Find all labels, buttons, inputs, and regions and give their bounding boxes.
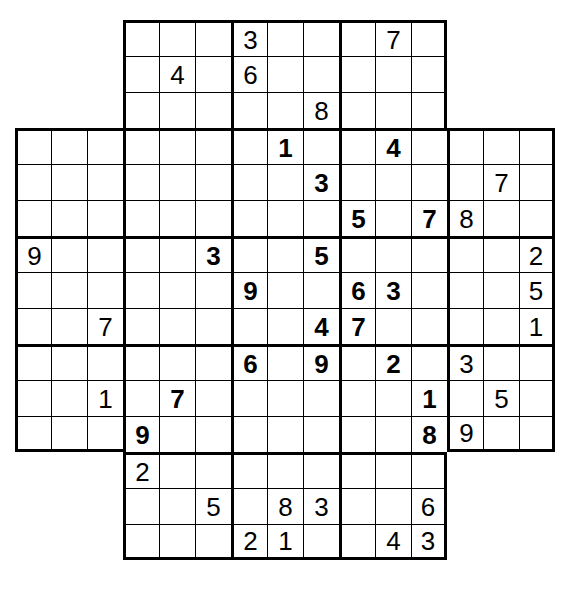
given-digit: 4 (386, 135, 400, 161)
cell-r11c9[interactable] (303, 380, 339, 416)
cell-r8c5[interactable] (159, 272, 195, 308)
cell-r12c11[interactable] (375, 416, 411, 452)
given-digit: 2 (386, 351, 400, 377)
cell-r10c3[interactable] (87, 344, 123, 380)
given-digit: 1 (278, 135, 292, 161)
given-digit: 3 (459, 351, 473, 377)
given-digit: 5 (206, 494, 220, 520)
given-digit: 5 (314, 243, 328, 269)
cell-r3c5[interactable] (159, 92, 195, 128)
cell-r1c6[interactable] (195, 20, 231, 56)
cell-r7c3[interactable] (87, 236, 123, 272)
cell-r8c12[interactable] (411, 272, 447, 308)
cell-r8c11: 3 (375, 272, 411, 308)
cell-r10c12[interactable] (411, 344, 447, 380)
given-digit: 7 (98, 314, 112, 340)
given-digit: 5 (529, 278, 543, 304)
cell-r9c13[interactable] (447, 308, 483, 344)
cell-r7c8[interactable] (267, 236, 303, 272)
cell-r5c10[interactable] (339, 164, 375, 200)
cell-r15c8: 1 (267, 524, 303, 560)
cell-r2c6[interactable] (195, 56, 231, 92)
cell-r6c6[interactable] (195, 200, 231, 236)
cell-r6c12: 7 (411, 200, 447, 236)
cell-r6c1[interactable] (15, 200, 51, 236)
cell-r5c8[interactable] (267, 164, 303, 200)
cell-r2c5: 4 (159, 56, 195, 92)
cell-r7c14[interactable] (483, 236, 519, 272)
cell-r15c7: 2 (231, 524, 267, 560)
given-digit: 1 (529, 314, 543, 340)
cell-r8c8[interactable] (267, 272, 303, 308)
cell-r14c5[interactable] (159, 488, 195, 524)
cell-r11c11[interactable] (375, 380, 411, 416)
given-digit: 1 (278, 528, 292, 554)
given-digit: 3 (386, 278, 400, 304)
cell-r12c4: 9 (123, 416, 159, 452)
cell-r15c5[interactable] (159, 524, 195, 560)
cell-r9c3: 7 (87, 308, 123, 344)
cell-r4c3[interactable] (87, 128, 123, 164)
cell-r12c14[interactable] (483, 416, 519, 452)
given-digit: 3 (314, 170, 328, 196)
cell-r1c5[interactable] (159, 20, 195, 56)
cell-r3c12[interactable] (411, 92, 447, 128)
cell-r11c14: 5 (483, 380, 519, 416)
given-digit: 8 (459, 206, 473, 232)
cell-r4c14[interactable] (483, 128, 519, 164)
given-digit: 8 (314, 98, 328, 124)
cell-r12c13: 9 (447, 416, 483, 452)
cell-r6c5[interactable] (159, 200, 195, 236)
cell-r10c8[interactable] (267, 344, 303, 380)
cell-r14c11[interactable] (375, 488, 411, 524)
cell-r12c10[interactable] (339, 416, 375, 452)
cell-r11c4[interactable] (123, 380, 159, 416)
cell-r8c13[interactable] (447, 272, 483, 308)
cell-r10c7: 6 (231, 344, 267, 380)
given-digit: 6 (243, 62, 257, 88)
given-digit: 3 (314, 494, 328, 520)
cell-r11c12: 1 (411, 380, 447, 416)
cell-r5c15[interactable] (519, 164, 555, 200)
cell-r9c5[interactable] (159, 308, 195, 344)
cell-r15c6[interactable] (195, 524, 231, 560)
cell-r5c9: 3 (303, 164, 339, 200)
cell-r7c12[interactable] (411, 236, 447, 272)
cell-r14c4[interactable] (123, 488, 159, 524)
cell-r8c4[interactable] (123, 272, 159, 308)
cell-r12c15[interactable] (519, 416, 555, 452)
cell-r7c15: 2 (519, 236, 555, 272)
cell-r9c2[interactable] (51, 308, 87, 344)
cell-r14c6: 5 (195, 488, 231, 524)
cell-r4c5[interactable] (159, 128, 195, 164)
cell-r4c13[interactable] (447, 128, 483, 164)
cell-r9c14[interactable] (483, 308, 519, 344)
cell-r4c11: 4 (375, 128, 411, 164)
cell-r5c2[interactable] (51, 164, 87, 200)
cell-r11c2[interactable] (51, 380, 87, 416)
cell-r5c5[interactable] (159, 164, 195, 200)
given-digit: 8 (278, 494, 292, 520)
cell-r13c7[interactable] (231, 452, 267, 488)
cell-r9c12[interactable] (411, 308, 447, 344)
cell-r12c2[interactable] (51, 416, 87, 452)
given-digit: 6 (421, 494, 435, 520)
given-digit: 7 (422, 206, 436, 232)
cell-r7c2[interactable] (51, 236, 87, 272)
cell-r8c2[interactable] (51, 272, 87, 308)
given-digit: 9 (243, 278, 257, 304)
cell-r11c3: 1 (87, 380, 123, 416)
given-digit: 6 (243, 351, 257, 377)
cell-r12c7[interactable] (231, 416, 267, 452)
cell-r10c13: 3 (447, 344, 483, 380)
cell-r13c6[interactable] (195, 452, 231, 488)
given-digit: 4 (314, 314, 328, 340)
cell-r14c9: 3 (303, 488, 339, 524)
cell-r10c9: 9 (303, 344, 339, 380)
cell-r9c4[interactable] (123, 308, 159, 344)
cell-r7c13[interactable] (447, 236, 483, 272)
puzzle-page: 3746814375789352963574716923171598925836… (0, 0, 574, 598)
cell-r7c4[interactable] (123, 236, 159, 272)
cell-r12c3[interactable] (87, 416, 123, 452)
cell-r12c9[interactable] (303, 416, 339, 452)
cell-r5c1[interactable] (15, 164, 51, 200)
cell-r10c5[interactable] (159, 344, 195, 380)
cell-r4c10[interactable] (339, 128, 375, 164)
given-digit: 3 (206, 243, 220, 269)
cell-r2c9[interactable] (303, 56, 339, 92)
cell-r6c3[interactable] (87, 200, 123, 236)
cell-r3c10[interactable] (339, 92, 375, 128)
cell-r6c8[interactable] (267, 200, 303, 236)
given-digit: 8 (422, 422, 436, 448)
cell-r4c8: 1 (267, 128, 303, 164)
cell-r15c9[interactable] (303, 524, 339, 560)
cell-r7c7[interactable] (231, 236, 267, 272)
given-digit: 6 (351, 278, 365, 304)
cell-r11c8[interactable] (267, 380, 303, 416)
cell-r7c1: 9 (15, 236, 51, 272)
cell-r12c12: 8 (411, 416, 447, 452)
cell-r11c1[interactable] (15, 380, 51, 416)
cell-r13c10[interactable] (339, 452, 375, 488)
cell-r6c14[interactable] (483, 200, 519, 236)
cell-r10c1[interactable] (15, 344, 51, 380)
cell-r2c8[interactable] (267, 56, 303, 92)
cell-r2c12[interactable] (411, 56, 447, 92)
cell-r6c15[interactable] (519, 200, 555, 236)
cell-r6c10: 5 (339, 200, 375, 236)
cell-r9c10: 7 (339, 308, 375, 344)
cell-r5c13[interactable] (447, 164, 483, 200)
cell-r12c8[interactable] (267, 416, 303, 452)
cell-r8c15: 5 (519, 272, 555, 308)
cell-r3c9: 8 (303, 92, 339, 128)
cell-r9c9: 4 (303, 308, 339, 344)
cell-r13c4: 2 (123, 452, 159, 488)
given-digit: 2 (529, 243, 543, 269)
cell-r1c10[interactable] (339, 20, 375, 56)
cell-r15c12: 3 (411, 524, 447, 560)
cell-r7c11[interactable] (375, 236, 411, 272)
cell-r11c13[interactable] (447, 380, 483, 416)
cell-r1c8[interactable] (267, 20, 303, 56)
cell-r3c6[interactable] (195, 92, 231, 128)
given-digit: 9 (135, 422, 149, 448)
given-digit: 7 (170, 386, 184, 412)
cell-r2c10[interactable] (339, 56, 375, 92)
cell-r9c15: 1 (519, 308, 555, 344)
cell-r8c7: 9 (231, 272, 267, 308)
cell-r11c10[interactable] (339, 380, 375, 416)
cell-r9c7[interactable] (231, 308, 267, 344)
cell-r1c11: 7 (375, 20, 411, 56)
cell-r11c7[interactable] (231, 380, 267, 416)
given-digit: 7 (386, 27, 400, 53)
cell-r12c5[interactable] (159, 416, 195, 452)
given-digit: 7 (494, 170, 508, 196)
cell-r9c8[interactable] (267, 308, 303, 344)
cell-r4c4[interactable] (123, 128, 159, 164)
cell-r5c4[interactable] (123, 164, 159, 200)
cell-r4c12[interactable] (411, 128, 447, 164)
given-digit: 9 (459, 420, 473, 446)
cell-r8c14[interactable] (483, 272, 519, 308)
cell-r6c4[interactable] (123, 200, 159, 236)
given-digit: 3 (421, 528, 435, 554)
cell-r4c6[interactable] (195, 128, 231, 164)
cell-r11c5: 7 (159, 380, 195, 416)
cell-r13c8[interactable] (267, 452, 303, 488)
given-digit: 4 (386, 528, 400, 554)
cell-r1c4[interactable] (123, 20, 159, 56)
cell-r15c4[interactable] (123, 524, 159, 560)
cell-r7c9: 5 (303, 236, 339, 272)
cell-r8c9[interactable] (303, 272, 339, 308)
given-digit: 3 (243, 27, 257, 53)
cell-r6c7[interactable] (231, 200, 267, 236)
cell-r14c8: 8 (267, 488, 303, 524)
cell-r13c12[interactable] (411, 452, 447, 488)
cell-r5c6[interactable] (195, 164, 231, 200)
cell-r1c12[interactable] (411, 20, 447, 56)
cell-r15c10[interactable] (339, 524, 375, 560)
cell-r14c12: 6 (411, 488, 447, 524)
cell-r3c4[interactable] (123, 92, 159, 128)
cell-r6c11[interactable] (375, 200, 411, 236)
cell-r13c11[interactable] (375, 452, 411, 488)
cell-r3c8[interactable] (267, 92, 303, 128)
given-digit: 4 (170, 62, 184, 88)
cell-r13c5[interactable] (159, 452, 195, 488)
cell-r5c7[interactable] (231, 164, 267, 200)
cell-r10c14[interactable] (483, 344, 519, 380)
cell-r8c3[interactable] (87, 272, 123, 308)
cell-r3c7[interactable] (231, 92, 267, 128)
given-digit: 2 (243, 528, 257, 554)
cell-r8c1[interactable] (15, 272, 51, 308)
cell-r6c9[interactable] (303, 200, 339, 236)
cell-r7c10[interactable] (339, 236, 375, 272)
cell-r10c6[interactable] (195, 344, 231, 380)
cell-r10c2[interactable] (51, 344, 87, 380)
cell-r2c11[interactable] (375, 56, 411, 92)
cell-r8c10: 6 (339, 272, 375, 308)
cell-r5c3[interactable] (87, 164, 123, 200)
cell-r15c11: 4 (375, 524, 411, 560)
cell-r4c7[interactable] (231, 128, 267, 164)
cell-r12c6[interactable] (195, 416, 231, 452)
cell-r4c2[interactable] (51, 128, 87, 164)
cell-r1c7: 3 (231, 20, 267, 56)
cell-r5c11[interactable] (375, 164, 411, 200)
given-digit: 2 (135, 459, 149, 485)
cell-r2c4[interactable] (123, 56, 159, 92)
given-digit: 5 (494, 386, 508, 412)
given-digit: 9 (314, 351, 328, 377)
cell-r8c6[interactable] (195, 272, 231, 308)
cell-r14c10[interactable] (339, 488, 375, 524)
given-digit: 7 (351, 314, 365, 340)
cell-r7c6: 3 (195, 236, 231, 272)
cell-r11c6[interactable] (195, 380, 231, 416)
cell-r11c15[interactable] (519, 380, 555, 416)
cell-r1c9[interactable] (303, 20, 339, 56)
cell-r10c10[interactable] (339, 344, 375, 380)
cell-r3c11[interactable] (375, 92, 411, 128)
cell-r10c11: 2 (375, 344, 411, 380)
cell-r4c15[interactable] (519, 128, 555, 164)
cell-r10c15[interactable] (519, 344, 555, 380)
given-digit: 5 (351, 206, 365, 232)
cell-r9c1[interactable] (15, 308, 51, 344)
given-digit: 1 (98, 386, 112, 412)
sudoku-board: 3746814375789352963574716923171598925836… (15, 20, 555, 560)
cell-r4c9[interactable] (303, 128, 339, 164)
cell-r5c12[interactable] (411, 164, 447, 200)
cell-r10c4[interactable] (123, 344, 159, 380)
cell-r13c9[interactable] (303, 452, 339, 488)
cell-r14c7[interactable] (231, 488, 267, 524)
cell-r5c14: 7 (483, 164, 519, 200)
given-digit: 9 (27, 243, 41, 269)
cell-r2c7: 6 (231, 56, 267, 92)
given-digit: 1 (422, 386, 436, 412)
cell-r9c6[interactable] (195, 308, 231, 344)
cell-r12c1[interactable] (15, 416, 51, 452)
cell-r7c5[interactable] (159, 236, 195, 272)
cell-r4c1[interactable] (15, 128, 51, 164)
cell-r6c13: 8 (447, 200, 483, 236)
cell-r9c11[interactable] (375, 308, 411, 344)
cell-r6c2[interactable] (51, 200, 87, 236)
